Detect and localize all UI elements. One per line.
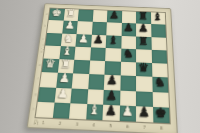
square-d3[interactable]	[74, 46, 90, 60]
square-d8[interactable]	[151, 50, 167, 64]
square-h5[interactable]: ♟	[102, 104, 119, 120]
square-g4[interactable]	[87, 89, 104, 105]
black-pawn: ♟	[104, 73, 120, 88]
square-b5[interactable]	[106, 23, 121, 36]
black-knight: ♞	[121, 47, 136, 61]
black-rook: ♜	[136, 10, 151, 22]
square-f4[interactable]	[88, 74, 105, 89]
square-e4[interactable]	[89, 60, 105, 75]
square-e2[interactable]: ♜	[57, 59, 74, 73]
square-b1[interactable]	[47, 20, 63, 33]
square-b8[interactable]	[151, 24, 166, 37]
black-pawn: ♟	[103, 87, 120, 103]
square-f3[interactable]	[72, 74, 89, 89]
square-c4[interactable]: ♟	[91, 34, 107, 47]
black-rook: ♜	[136, 34, 151, 47]
white-pawn: ♟	[56, 71, 73, 86]
coord-number-5: 5	[102, 121, 119, 130]
square-a6[interactable]	[121, 11, 136, 24]
black-pawn: ♟	[91, 33, 107, 46]
square-b7[interactable]: ♟	[136, 24, 151, 37]
white-bishop: ♝	[86, 102, 103, 118]
square-b4[interactable]	[91, 22, 106, 35]
square-g7[interactable]	[136, 91, 152, 107]
square-c1[interactable]	[45, 33, 61, 46]
brand-logo-icon: ♘	[32, 118, 40, 127]
square-g5[interactable]: ♟	[103, 89, 120, 105]
square-d2[interactable]: ♝	[59, 46, 76, 60]
square-e6[interactable]	[120, 62, 136, 77]
square-h8[interactable]: ♚	[152, 107, 169, 124]
board-grid: ♚♜♟♜♝♟♟♟♞♟♟♝♜♝♞♛♜♛♟♟♞♟♟♝♟♟♟♚	[36, 8, 170, 123]
square-h1[interactable]	[36, 102, 54, 118]
white-rook: ♜	[58, 57, 75, 71]
square-e3[interactable]	[73, 60, 90, 75]
table-surface: ⁘⁛ ♚♜♟♜♝♟♟♟♞♟♟♝♜♝♞♛♜♛♟♟♞♟♟♝♟♟♟♚ 12345678…	[0, 0, 200, 133]
chess-board: ⁘⁛ ♚♜♟♜♝♟♟♟♞♟♟♝♜♝♞♛♜♛♟♟♞♟♟♝♟♟♟♚ 12345678…	[27, 3, 178, 133]
square-g1[interactable]	[38, 87, 56, 103]
black-bishop: ♝	[150, 11, 165, 24]
black-pawn: ♟	[103, 102, 120, 118]
black-pawn: ♟	[107, 9, 122, 21]
square-a1[interactable]: ♚	[49, 8, 65, 20]
square-f2[interactable]: ♟	[56, 73, 73, 88]
coord-number-2: 2	[51, 119, 69, 128]
square-d1[interactable]	[44, 45, 61, 59]
square-h4[interactable]: ♝	[86, 104, 103, 120]
white-knight: ♞	[61, 31, 77, 44]
black-king: ♚	[152, 104, 169, 120]
square-c2[interactable]: ♞	[60, 33, 76, 46]
white-pawn: ♟	[62, 19, 78, 32]
white-pawn: ♟	[119, 103, 136, 119]
square-h7[interactable]: ♟	[136, 106, 153, 123]
square-a5[interactable]: ♟	[107, 11, 122, 23]
coord-number-3: 3	[68, 120, 85, 129]
white-bishop: ♝	[59, 44, 76, 58]
white-rook: ♜	[63, 7, 79, 19]
black-pawn: ♟	[136, 104, 153, 120]
square-h3[interactable]	[69, 103, 87, 119]
square-g6[interactable]	[120, 90, 136, 106]
square-c5[interactable]: ♝	[106, 35, 121, 48]
square-g2[interactable]: ♟	[54, 87, 72, 103]
black-pawn: ♟	[121, 21, 136, 34]
square-a2[interactable]: ♜	[63, 9, 79, 21]
square-b6[interactable]: ♟	[121, 23, 136, 36]
square-a8[interactable]: ♝	[150, 12, 165, 25]
square-b3[interactable]	[77, 21, 93, 34]
square-e5[interactable]	[104, 61, 120, 76]
square-a4[interactable]	[92, 10, 107, 22]
black-pawn: ♟	[136, 22, 151, 35]
coord-number-4: 4	[85, 121, 102, 130]
black-queen: ♛	[136, 60, 152, 75]
square-f1[interactable]	[40, 72, 58, 87]
coord-number-8: 8	[153, 124, 170, 133]
square-f5[interactable]: ♟	[104, 75, 120, 90]
square-e1[interactable]: ♛	[42, 59, 59, 73]
black-knight: ♞	[152, 75, 168, 90]
square-h6[interactable]: ♟	[119, 105, 136, 121]
square-g3[interactable]	[70, 88, 87, 104]
square-d5[interactable]	[105, 48, 121, 62]
square-e7[interactable]: ♛	[136, 62, 152, 77]
square-h2[interactable]	[52, 102, 70, 118]
square-c8[interactable]	[151, 37, 167, 51]
square-e8[interactable]	[152, 63, 168, 78]
white-pawn: ♟	[54, 85, 72, 101]
square-d7[interactable]	[136, 49, 152, 63]
square-c6[interactable]	[121, 35, 136, 48]
square-a7[interactable]: ♜	[136, 12, 151, 25]
square-d6[interactable]: ♞	[121, 48, 136, 62]
square-a3[interactable]	[78, 9, 93, 21]
square-f8[interactable]: ♞	[152, 77, 168, 92]
right-border-mark: ⁚	[168, 60, 172, 61]
square-c3[interactable]: ♟	[75, 34, 91, 47]
coord-number-6: 6	[119, 122, 136, 131]
white-king: ♚	[49, 7, 65, 19]
square-c7[interactable]: ♜	[136, 36, 151, 50]
square-f7[interactable]	[136, 76, 152, 91]
black-bishop: ♝	[106, 33, 121, 46]
square-d4[interactable]	[90, 47, 106, 61]
square-b2[interactable]: ♟	[62, 21, 78, 34]
square-f6[interactable]	[120, 76, 136, 91]
white-pawn: ♟	[76, 32, 92, 45]
square-g8[interactable]	[152, 92, 169, 108]
coord-number-7: 7	[136, 123, 153, 132]
white-queen: ♛	[42, 57, 59, 71]
